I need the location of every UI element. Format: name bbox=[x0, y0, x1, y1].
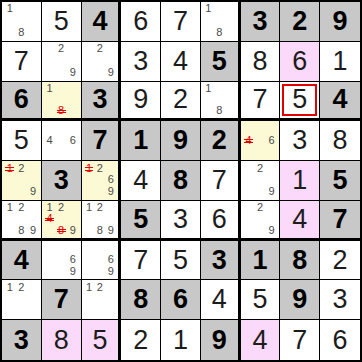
candidate-1: 1 bbox=[203, 83, 214, 94]
cell-value-given: 7 bbox=[333, 206, 348, 233]
cell-value-solved: 5 bbox=[54, 8, 69, 35]
cell-r6c1[interactable]: 1289 bbox=[2, 201, 42, 241]
cell-value-solved: 7 bbox=[253, 86, 268, 113]
candidate-grid: 46 bbox=[243, 122, 278, 158]
candidate-grid: 18 bbox=[4, 3, 39, 39]
cell-r8c4[interactable]: 8 bbox=[121, 280, 161, 320]
cell-value-given: 7 bbox=[54, 286, 69, 313]
cell-value-solved: 1 bbox=[292, 167, 307, 194]
cell-r4c2[interactable]: 46 bbox=[42, 121, 82, 161]
cell-r5c9[interactable]: 5 bbox=[320, 161, 360, 201]
cell-value-given: 5 bbox=[212, 48, 227, 75]
cell-value-solved: 3 bbox=[292, 127, 307, 154]
sudoku-board: 1854671832972929345861618392187545467192… bbox=[0, 0, 362, 362]
cell-r8c2[interactable]: 7 bbox=[42, 280, 82, 320]
candidate-grid: 29 bbox=[44, 43, 79, 79]
candidate-1: 1 bbox=[203, 3, 214, 15]
cell-r9c6[interactable]: 9 bbox=[201, 320, 241, 360]
cell-r9c4[interactable]: 2 bbox=[121, 320, 161, 360]
cell-r3c7[interactable]: 7 bbox=[241, 82, 281, 122]
cell-r6c2[interactable]: 12489 bbox=[42, 201, 82, 241]
cell-value-given: 3 bbox=[212, 247, 227, 274]
cell-value-given: 7 bbox=[92, 127, 107, 154]
cell-value-given: 4 bbox=[14, 247, 29, 274]
cell-value-given: 9 bbox=[292, 286, 307, 313]
cell-r7c5[interactable]: 5 bbox=[161, 241, 201, 281]
cell-r6c5[interactable]: 3 bbox=[161, 201, 201, 241]
candidate-8: 8 bbox=[214, 105, 225, 116]
cell-r7c4[interactable]: 7 bbox=[121, 241, 161, 281]
cell-r2c7[interactable]: 8 bbox=[241, 42, 281, 82]
candidate-2: 2 bbox=[94, 202, 105, 213]
cell-r4c7[interactable]: 46 bbox=[241, 121, 281, 161]
candidate-1: 1 bbox=[44, 83, 56, 94]
cell-value-solved: 2 bbox=[333, 247, 348, 274]
cell-r9c7[interactable]: 4 bbox=[241, 320, 281, 360]
cell-r9c1[interactable]: 3 bbox=[2, 320, 42, 360]
candidate-6: 6 bbox=[67, 254, 79, 266]
cell-r2c1[interactable]: 7 bbox=[2, 42, 42, 82]
candidate-1: 1 bbox=[4, 3, 16, 15]
cell-r4c1[interactable]: 5 bbox=[2, 121, 42, 161]
candidate-grid: 29 bbox=[84, 43, 117, 79]
candidate-grid: 12 bbox=[84, 281, 117, 317]
cell-r5c8[interactable]: 1 bbox=[280, 161, 320, 201]
cell-value-given: 9 bbox=[212, 327, 227, 354]
cell-value-solved: 5 bbox=[292, 86, 307, 113]
candidate-2: 2 bbox=[94, 162, 105, 174]
cell-value-solved: 1 bbox=[173, 327, 188, 354]
candidate-9: 9 bbox=[27, 186, 39, 198]
candidate-9: 9 bbox=[27, 224, 39, 235]
candidate-1: 1 bbox=[84, 202, 95, 213]
cell-value-solved: 7 bbox=[212, 167, 227, 194]
cell-r4c9[interactable]: 8 bbox=[320, 121, 360, 161]
cell-r5c5[interactable]: 8 bbox=[161, 161, 201, 201]
candidate-grid: 18 bbox=[203, 83, 236, 117]
cell-r6c3[interactable]: 1289 bbox=[82, 201, 122, 241]
cell-r7c9[interactable]: 2 bbox=[320, 241, 360, 281]
cell-value-solved: 4 bbox=[212, 286, 227, 313]
cell-r1c5[interactable]: 7 bbox=[161, 2, 201, 42]
cell-r5c7[interactable]: 29 bbox=[241, 161, 281, 201]
cell-r4c6[interactable]: 2 bbox=[201, 121, 241, 161]
cell-r9c8[interactable]: 7 bbox=[280, 320, 320, 360]
candidate-8-eliminated: 8 bbox=[55, 224, 67, 235]
cell-r3c6[interactable]: 18 bbox=[201, 82, 241, 122]
cell-r1c2[interactable]: 5 bbox=[42, 2, 82, 42]
candidate-2: 2 bbox=[94, 281, 105, 293]
cell-value-given: 3 bbox=[54, 167, 69, 194]
candidate-grid: 29 bbox=[243, 162, 278, 198]
cell-value-given: 9 bbox=[333, 8, 348, 35]
candidate-2: 2 bbox=[16, 281, 28, 293]
candidate-grid: 1289 bbox=[4, 202, 39, 236]
cell-r3c3[interactable]: 3 bbox=[82, 82, 122, 122]
cell-r2c9[interactable]: 1 bbox=[320, 42, 360, 82]
cell-value-solved: 8 bbox=[253, 48, 268, 75]
cell-value-solved: 5 bbox=[173, 247, 188, 274]
candidate-4-eliminated: 4 bbox=[243, 134, 255, 146]
cell-r3c8-selected[interactable]: 5 bbox=[280, 82, 320, 122]
cell-value-solved: 6 bbox=[133, 8, 148, 35]
cell-r7c2[interactable]: 69 bbox=[42, 241, 82, 281]
cell-value-given: 5 bbox=[133, 206, 148, 233]
cell-r6c4[interactable]: 5 bbox=[121, 201, 161, 241]
cell-r3c9[interactable]: 4 bbox=[320, 82, 360, 122]
cell-r2c3[interactable]: 29 bbox=[82, 42, 122, 82]
candidate-grid: 18 bbox=[203, 3, 236, 39]
cell-value-given: 8 bbox=[173, 167, 188, 194]
candidate-1-eliminated: 1 bbox=[84, 162, 95, 174]
cell-r1c9[interactable]: 9 bbox=[320, 2, 360, 42]
cell-value-given: 1 bbox=[253, 247, 268, 274]
cell-r5c2[interactable]: 3 bbox=[42, 161, 82, 201]
cell-value-solved: 5 bbox=[253, 286, 268, 313]
cell-r6c9[interactable]: 7 bbox=[320, 201, 360, 241]
cell-value-solved: 8 bbox=[54, 327, 69, 354]
cell-value-solved: 4 bbox=[292, 206, 307, 233]
cell-r7c6[interactable]: 3 bbox=[201, 241, 241, 281]
cell-r9c3[interactable]: 5 bbox=[82, 320, 122, 360]
cell-value-solved: 7 bbox=[14, 48, 29, 75]
cell-value-given: 2 bbox=[292, 8, 307, 35]
cell-r6c8[interactable]: 4 bbox=[280, 201, 320, 241]
cell-r8c8[interactable]: 9 bbox=[280, 280, 320, 320]
candidate-9: 9 bbox=[105, 266, 116, 278]
cell-value-given: 2 bbox=[212, 127, 227, 154]
candidate-1-eliminated: 1 bbox=[4, 162, 16, 174]
candidate-8: 8 bbox=[16, 224, 28, 235]
candidate-grid: 1289 bbox=[84, 202, 117, 236]
candidate-4: 4 bbox=[44, 134, 56, 146]
cell-value-given: 3 bbox=[92, 86, 107, 113]
candidate-grid: 29 bbox=[243, 202, 278, 236]
cell-value-given: 8 bbox=[133, 286, 148, 313]
cell-value-given: 5 bbox=[333, 167, 348, 194]
cell-r3c1[interactable]: 6 bbox=[2, 82, 42, 122]
candidate-grid: 12 bbox=[4, 281, 39, 317]
cell-r8c6[interactable]: 4 bbox=[201, 280, 241, 320]
candidate-9: 9 bbox=[266, 186, 278, 198]
cell-value-given: 1 bbox=[133, 127, 148, 154]
cell-value-solved: 6 bbox=[333, 327, 348, 354]
cell-r1c8[interactable]: 2 bbox=[280, 2, 320, 42]
cell-r3c4[interactable]: 9 bbox=[121, 82, 161, 122]
candidate-8: 8 bbox=[94, 224, 105, 235]
cell-r3c5[interactable]: 2 bbox=[161, 82, 201, 122]
candidate-grid: 69 bbox=[84, 242, 117, 278]
cell-value-given: 3 bbox=[253, 8, 268, 35]
cell-value-solved: 4 bbox=[133, 167, 148, 194]
cell-r5c1[interactable]: 129 bbox=[2, 161, 42, 201]
cell-value-solved: 4 bbox=[173, 48, 188, 75]
cell-value-solved: 8 bbox=[333, 127, 348, 154]
cell-value-solved: 3 bbox=[333, 286, 348, 313]
cell-value-solved: 3 bbox=[173, 206, 188, 233]
candidate-2: 2 bbox=[254, 202, 266, 213]
cell-r5c3[interactable]: 1269 bbox=[82, 161, 122, 201]
candidate-grid: 12489 bbox=[44, 202, 79, 236]
cell-r4c5[interactable]: 9 bbox=[161, 121, 201, 161]
candidate-grid: 129 bbox=[4, 162, 39, 198]
candidate-6: 6 bbox=[105, 254, 116, 266]
cell-value-solved: 4 bbox=[253, 327, 268, 354]
cell-value-given: 6 bbox=[14, 86, 29, 113]
cell-r4c8[interactable]: 3 bbox=[280, 121, 320, 161]
cell-r8c1[interactable]: 12 bbox=[2, 280, 42, 320]
cell-value-given: 6 bbox=[173, 286, 188, 313]
cell-r4c4[interactable]: 1 bbox=[121, 121, 161, 161]
cell-value-solved: 1 bbox=[333, 48, 348, 75]
cell-r5c4[interactable]: 4 bbox=[121, 161, 161, 201]
candidate-1: 1 bbox=[4, 281, 16, 293]
cell-value-solved: 7 bbox=[173, 8, 188, 35]
cell-r8c7[interactable]: 5 bbox=[241, 280, 281, 320]
cell-r9c9[interactable]: 6 bbox=[320, 320, 360, 360]
cell-r8c5[interactable]: 6 bbox=[161, 280, 201, 320]
cell-r3c2[interactable]: 18 bbox=[42, 82, 82, 122]
cell-r2c5[interactable]: 4 bbox=[161, 42, 201, 82]
candidate-1: 1 bbox=[4, 202, 16, 213]
cell-value-solved: 7 bbox=[133, 247, 148, 274]
cell-r2c8[interactable]: 6 bbox=[280, 42, 320, 82]
candidate-2: 2 bbox=[55, 43, 67, 55]
cell-value-solved: 2 bbox=[133, 327, 148, 354]
cell-r7c7[interactable]: 1 bbox=[241, 241, 281, 281]
candidate-9: 9 bbox=[105, 224, 116, 235]
candidate-6: 6 bbox=[105, 174, 116, 186]
candidate-1: 1 bbox=[84, 281, 95, 293]
cell-r7c1[interactable]: 4 bbox=[2, 241, 42, 281]
cell-r2c4[interactable]: 3 bbox=[121, 42, 161, 82]
cell-r8c3[interactable]: 12 bbox=[82, 280, 122, 320]
cell-r9c2[interactable]: 8 bbox=[42, 320, 82, 360]
cell-value-solved: 7 bbox=[292, 327, 307, 354]
candidate-6: 6 bbox=[266, 134, 278, 146]
cell-r5c6[interactable]: 7 bbox=[201, 161, 241, 201]
cell-r1c3[interactable]: 4 bbox=[82, 2, 122, 42]
cell-r2c2[interactable]: 29 bbox=[42, 42, 82, 82]
candidate-9: 9 bbox=[105, 67, 116, 79]
candidate-8: 8 bbox=[214, 27, 225, 39]
candidate-9: 9 bbox=[67, 266, 79, 278]
candidate-2: 2 bbox=[16, 162, 28, 174]
candidate-grid: 1269 bbox=[84, 162, 117, 198]
cell-r1c6[interactable]: 18 bbox=[201, 2, 241, 42]
cell-value-solved: 2 bbox=[173, 86, 188, 113]
candidate-grid: 18 bbox=[44, 83, 79, 117]
cell-value-solved: 9 bbox=[133, 86, 148, 113]
candidate-2: 2 bbox=[16, 202, 28, 213]
cell-r7c8[interactable]: 8 bbox=[280, 241, 320, 281]
candidate-2: 2 bbox=[254, 162, 266, 174]
candidate-9: 9 bbox=[105, 186, 116, 198]
candidate-grid: 69 bbox=[44, 242, 79, 278]
cell-value-solved: 3 bbox=[133, 48, 148, 75]
candidate-2: 2 bbox=[94, 43, 105, 55]
cell-value-given: 9 bbox=[173, 127, 188, 154]
cell-value-solved: 6 bbox=[212, 206, 227, 233]
cell-r1c1[interactable]: 18 bbox=[2, 2, 42, 42]
cell-r2c6[interactable]: 5 bbox=[201, 42, 241, 82]
cell-r1c4[interactable]: 6 bbox=[121, 2, 161, 42]
candidate-9: 9 bbox=[67, 224, 79, 235]
candidate-4-eliminated: 4 bbox=[44, 213, 56, 224]
cell-r6c6[interactable]: 6 bbox=[201, 201, 241, 241]
cell-r1c7[interactable]: 3 bbox=[241, 2, 281, 42]
cell-r7c3[interactable]: 69 bbox=[82, 241, 122, 281]
candidate-8: 8 bbox=[16, 27, 28, 39]
cell-value-solved: 6 bbox=[292, 48, 307, 75]
candidate-grid: 46 bbox=[44, 122, 79, 158]
candidate-2: 2 bbox=[55, 202, 67, 213]
candidate-9: 9 bbox=[67, 67, 79, 79]
cell-r9c5[interactable]: 1 bbox=[161, 320, 201, 360]
cell-value-solved: 5 bbox=[92, 327, 107, 354]
cell-value-given: 3 bbox=[14, 327, 29, 354]
candidate-6: 6 bbox=[67, 134, 79, 146]
cell-value-given: 4 bbox=[333, 86, 348, 113]
candidate-8-eliminated: 8 bbox=[55, 105, 67, 116]
cell-r6c7[interactable]: 29 bbox=[241, 201, 281, 241]
cell-value-solved: 5 bbox=[14, 127, 29, 154]
candidate-9: 9 bbox=[266, 224, 278, 235]
cell-r4c3[interactable]: 7 bbox=[82, 121, 122, 161]
cell-value-given: 4 bbox=[92, 8, 107, 35]
cell-value-given: 8 bbox=[292, 247, 307, 274]
cell-r8c9[interactable]: 3 bbox=[320, 280, 360, 320]
